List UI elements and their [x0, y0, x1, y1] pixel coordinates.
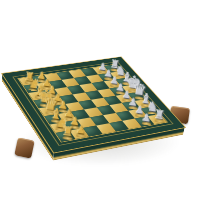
chess-board: ♜♟♟♜♞♟♟♞♝♟♟♝♚♟♟♚♛♟♟♛♝♟♟♝♞♟♟♞♜♟♟♜: [1, 56, 186, 153]
square-a1: ♜: [56, 130, 76, 141]
photo-tilt-wrapper: ♜♟♟♜♞♟♟♞♝♟♟♝♚♟♟♚♛♟♟♛♝♟♟♝♞♟♟♞♜♟♟♜: [0, 0, 200, 200]
piece-silver-pawn: ♟: [139, 112, 155, 124]
perspective-stage: ♜♟♟♜♞♟♟♞♝♟♟♝♚♟♟♚♛♟♟♛♝♟♟♝♞♟♟♞♜♟♟♜: [0, 0, 200, 200]
piece-gold-rook: ♜: [59, 124, 76, 138]
chess-set-product-photo: ♜♟♟♜♞♟♟♞♝♟♟♝♚♟♟♚♛♟♟♛♝♟♟♝♞♟♟♞♜♟♟♜: [0, 0, 200, 200]
square-a7: ♟: [135, 116, 154, 126]
